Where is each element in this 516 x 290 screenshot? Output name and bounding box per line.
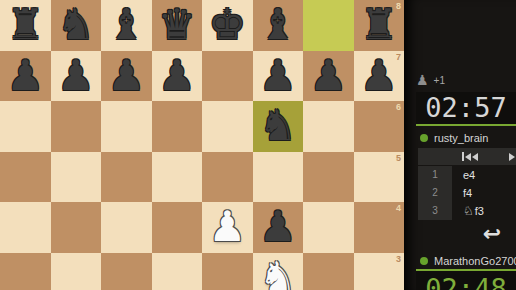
piece-black-knight-f6[interactable]: ♞ xyxy=(259,101,297,152)
bottom-player-row: MarathonGo2700 xyxy=(416,252,516,270)
square-b6[interactable] xyxy=(51,101,102,152)
piece-white-knight-f3[interactable]: ♞ xyxy=(259,253,297,290)
square-c3[interactable] xyxy=(101,253,152,290)
piece-black-bishop-f8[interactable]: ♝ xyxy=(259,0,297,51)
piece-black-knight-b8[interactable]: ♞ xyxy=(57,0,95,51)
square-e3[interactable] xyxy=(202,253,253,290)
square-h5[interactable]: 5 xyxy=(354,152,405,203)
square-h4[interactable]: 4 xyxy=(354,202,405,253)
game-screen: ♜♞♝♛♚♝8♜♟♟♟♟♟♟7♟♞65♟♟4♞3♟♟♟♟♟2♟♜♞♝♛♚♝1♜ … xyxy=(0,0,516,290)
move-nav-toolbar xyxy=(418,148,516,165)
material-advantage: ♟ +1 xyxy=(416,70,445,90)
takeback-button[interactable]: ↩ xyxy=(480,223,504,246)
square-b5[interactable] xyxy=(51,152,102,203)
square-f8[interactable]: ♝ xyxy=(253,0,304,51)
chess-board[interactable]: ♜♞♝♛♚♝8♜♟♟♟♟♟♟7♟♞65♟♟4♞3♟♟♟♟♟2♟♜♞♝♛♚♝1♜ xyxy=(0,0,404,290)
square-e7[interactable] xyxy=(202,51,253,102)
last-move-icon xyxy=(509,153,515,161)
top-player-row: rusty_brain xyxy=(416,129,516,147)
square-c8[interactable]: ♝ xyxy=(101,0,152,51)
square-a4[interactable] xyxy=(0,202,51,253)
square-c5[interactable] xyxy=(101,152,152,203)
top-clock-accent-line xyxy=(416,124,516,126)
move-number: 1 xyxy=(418,166,452,184)
rank-label-5: 5 xyxy=(396,153,401,163)
square-g3[interactable] xyxy=(303,253,354,290)
piece-black-bishop-c8[interactable]: ♝ xyxy=(107,0,145,51)
move-san: ♘f3 xyxy=(452,204,484,218)
bottom-player-clock: 02:48 xyxy=(416,271,516,290)
rank-label-7: 7 xyxy=(396,52,401,62)
bottom-player-name: MarathonGo2700 xyxy=(434,255,516,267)
square-f5[interactable] xyxy=(253,152,304,203)
rank-label-8: 8 xyxy=(396,1,401,11)
square-e5[interactable] xyxy=(202,152,253,203)
piece-black-pawn-h7[interactable]: ♟ xyxy=(360,51,398,102)
square-f3[interactable]: ♞ xyxy=(253,253,304,290)
square-g8[interactable] xyxy=(303,0,354,51)
square-c6[interactable] xyxy=(101,101,152,152)
online-dot xyxy=(420,257,428,265)
square-g4[interactable] xyxy=(303,202,354,253)
rank-label-4: 4 xyxy=(396,203,401,213)
square-d3[interactable] xyxy=(152,253,203,290)
piece-black-pawn-a7[interactable]: ♟ xyxy=(6,51,44,102)
square-c4[interactable] xyxy=(101,202,152,253)
square-d5[interactable] xyxy=(152,152,203,203)
piece-black-pawn-f7[interactable]: ♟ xyxy=(259,51,297,102)
piece-white-pawn-e4[interactable]: ♟ xyxy=(208,202,246,253)
piece-black-pawn-d7[interactable]: ♟ xyxy=(158,51,196,102)
piece-black-pawn-b7[interactable]: ♟ xyxy=(57,51,95,102)
piece-black-queen-d8[interactable]: ♛ xyxy=(158,0,196,51)
move-list: 1e42f43♘f3 xyxy=(418,166,516,220)
rank-label-6: 6 xyxy=(396,102,401,112)
square-h7[interactable]: 7♟ xyxy=(354,51,405,102)
online-dot xyxy=(420,134,428,142)
square-g6[interactable] xyxy=(303,101,354,152)
game-sidebar: ♟ +1 02:57 rusty_brain 1e42f43♘f3 ↩ xyxy=(404,0,516,290)
move-san: f4 xyxy=(452,187,472,199)
knight-figurine-icon: ♘ xyxy=(463,204,474,218)
piece-black-pawn-c7[interactable]: ♟ xyxy=(107,51,145,102)
piece-black-rook-h8[interactable]: ♜ xyxy=(360,0,398,51)
square-f4[interactable]: ♟ xyxy=(253,202,304,253)
square-e6[interactable] xyxy=(202,101,253,152)
square-a8[interactable]: ♜ xyxy=(0,0,51,51)
jump-to-last-button[interactable] xyxy=(509,152,516,161)
square-d7[interactable]: ♟ xyxy=(152,51,203,102)
square-d6[interactable] xyxy=(152,101,203,152)
square-a7[interactable]: ♟ xyxy=(0,51,51,102)
pawn-icon: ♟ xyxy=(416,70,429,90)
square-e8[interactable]: ♚ xyxy=(202,0,253,51)
move-row-2[interactable]: 2f4 xyxy=(418,184,516,202)
square-h3[interactable]: 3 xyxy=(354,253,405,290)
piece-black-pawn-g7[interactable]: ♟ xyxy=(309,51,347,102)
square-f7[interactable]: ♟ xyxy=(253,51,304,102)
square-g7[interactable]: ♟ xyxy=(303,51,354,102)
piece-black-king-e8[interactable]: ♚ xyxy=(208,0,246,51)
square-f6[interactable]: ♞ xyxy=(253,101,304,152)
square-h8[interactable]: 8♜ xyxy=(354,0,405,51)
square-c7[interactable]: ♟ xyxy=(101,51,152,102)
square-b3[interactable] xyxy=(51,253,102,290)
rank-label-3: 3 xyxy=(396,254,401,264)
square-g5[interactable] xyxy=(303,152,354,203)
move-number: 3 xyxy=(418,202,452,220)
material-advantage-value: +1 xyxy=(434,75,445,86)
square-a5[interactable] xyxy=(0,152,51,203)
piece-black-pawn-f4[interactable]: ♟ xyxy=(259,202,297,253)
move-row-1[interactable]: 1e4 xyxy=(418,166,516,184)
square-b4[interactable] xyxy=(51,202,102,253)
top-player-clock: 02:57 xyxy=(416,92,516,124)
first-move-icon xyxy=(462,152,464,161)
top-player-name: rusty_brain xyxy=(434,132,488,144)
square-a3[interactable] xyxy=(0,253,51,290)
square-d8[interactable]: ♛ xyxy=(152,0,203,51)
square-b7[interactable]: ♟ xyxy=(51,51,102,102)
square-d4[interactable] xyxy=(152,202,203,253)
square-e4[interactable]: ♟ xyxy=(202,202,253,253)
move-row-3[interactable]: 3♘f3 xyxy=(418,202,516,220)
move-san: e4 xyxy=(452,169,475,181)
square-a6[interactable] xyxy=(0,101,51,152)
move-number: 2 xyxy=(418,184,452,202)
jump-to-first-button[interactable] xyxy=(462,152,478,161)
square-b8[interactable]: ♞ xyxy=(51,0,102,51)
piece-black-rook-a8[interactable]: ♜ xyxy=(6,0,44,51)
square-h6[interactable]: 6 xyxy=(354,101,405,152)
